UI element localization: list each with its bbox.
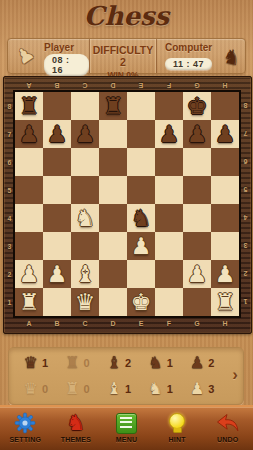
captured-white-b-group: ♝1 xyxy=(98,379,140,399)
rank-label-2: 2 xyxy=(240,260,251,288)
file-labels-top: ABCDEFGH xyxy=(15,79,239,91)
gear-icon xyxy=(14,411,36,435)
bottom-nav-bar: SETTING♞THEMESMENUHINTUNDO xyxy=(0,405,253,450)
black-r-captured-icon: ♜ xyxy=(65,353,79,373)
square-e7[interactable] xyxy=(127,120,155,148)
square-e8[interactable] xyxy=(127,92,155,120)
captured-white-p-group: ♟3 xyxy=(181,379,223,399)
square-b7[interactable]: ♟ xyxy=(43,120,71,148)
captured-black-n-group: ♞1 xyxy=(140,353,182,373)
file-label-f: F xyxy=(155,79,183,91)
captured-white-n-group: ♞1 xyxy=(140,379,182,399)
square-g7[interactable]: ♟ xyxy=(183,120,211,148)
piece-bR-d8[interactable]: ♜ xyxy=(103,92,124,120)
player-panel: ♟ Player 08 : 16 xyxy=(8,39,89,73)
square-d6[interactable] xyxy=(99,148,127,176)
square-h3[interactable] xyxy=(211,232,239,260)
tray-expand-arrow[interactable]: › xyxy=(232,365,238,385)
captured-count: 0 xyxy=(84,357,90,369)
piece-wP-b2[interactable]: ♟ xyxy=(47,260,68,288)
captured-white-row: ♛0♜0♝1♞1♟3 xyxy=(15,376,223,402)
board-grid: ♜♜♚♟♟♟♟♟♟♞♞♟♟♟♝♟♟♜♛♚♜ xyxy=(15,92,239,316)
nav-menu-button[interactable]: MENU xyxy=(101,407,151,450)
square-c6[interactable] xyxy=(71,148,99,176)
file-label-g: G xyxy=(183,318,211,330)
rank-label-8: 8 xyxy=(240,92,251,120)
square-a3[interactable] xyxy=(15,232,43,260)
square-f2[interactable] xyxy=(155,260,183,288)
square-e5[interactable] xyxy=(127,176,155,204)
file-label-h: H xyxy=(211,79,239,91)
square-g6[interactable] xyxy=(183,148,211,176)
rank-label-3: 3 xyxy=(4,232,15,260)
square-g3[interactable] xyxy=(183,232,211,260)
rank-label-4: 4 xyxy=(4,204,15,232)
white-p-captured-icon: ♟ xyxy=(190,379,204,399)
piece-bR-a8[interactable]: ♜ xyxy=(19,92,40,120)
captured-black-r-group: ♜0 xyxy=(57,353,99,373)
square-f1[interactable] xyxy=(155,288,183,316)
captured-count: 2 xyxy=(208,357,214,369)
nav-themes-button[interactable]: ♞THEMES xyxy=(51,407,101,450)
file-label-e: E xyxy=(127,318,155,330)
rank-labels-right: 87654321 xyxy=(240,92,251,316)
piece-bP-h7[interactable]: ♟ xyxy=(215,120,236,148)
captured-pieces-tray: ♛1♜0♝2♞1♟2 ♛0♜0♝1♞1♟3 › xyxy=(8,347,244,405)
white-q-captured-icon: ♛ xyxy=(24,379,38,399)
captured-count: 0 xyxy=(42,383,48,395)
piece-wP-g2[interactable]: ♟ xyxy=(187,260,208,288)
square-g1[interactable] xyxy=(183,288,211,316)
captured-count: 2 xyxy=(125,357,131,369)
square-a2[interactable]: ♟ xyxy=(15,260,43,288)
white-pawn-icon: ♟ xyxy=(11,41,38,69)
rank-label-2: 2 xyxy=(4,260,15,288)
square-f6[interactable] xyxy=(155,148,183,176)
square-c8[interactable] xyxy=(71,92,99,120)
rank-label-5: 5 xyxy=(4,176,15,204)
square-a8[interactable]: ♜ xyxy=(15,92,43,120)
rank-labels-left: 87654321 xyxy=(4,92,15,316)
nav-label: THEMES xyxy=(61,436,91,443)
square-a1[interactable]: ♜ xyxy=(15,288,43,316)
rank-label-3: 3 xyxy=(240,232,251,260)
square-h1[interactable]: ♜ xyxy=(211,288,239,316)
captured-black-row: ♛1♜0♝2♞1♟2 xyxy=(15,350,223,376)
nav-setting-button[interactable]: SETTING xyxy=(0,407,50,450)
captured-black-q-group: ♛1 xyxy=(15,353,57,373)
piece-wP-a2[interactable]: ♟ xyxy=(19,260,40,288)
piece-wN-c4[interactable]: ♞ xyxy=(75,204,96,232)
file-label-c: C xyxy=(71,318,99,330)
chess-board: ABCDEFGH ABCDEFGH 87654321 87654321 ♜♜♚♟… xyxy=(3,76,252,334)
nav-label: HINT xyxy=(169,436,186,443)
square-e1[interactable]: ♚ xyxy=(127,288,155,316)
square-h6[interactable] xyxy=(211,148,239,176)
page-title: Chess xyxy=(0,1,253,31)
rank-label-7: 7 xyxy=(240,120,251,148)
square-d4[interactable] xyxy=(99,204,127,232)
rank-label-8: 8 xyxy=(4,92,15,120)
knight-icon: ♞ xyxy=(66,411,85,435)
captured-black-b-group: ♝2 xyxy=(98,353,140,373)
square-c7[interactable]: ♟ xyxy=(71,120,99,148)
captured-count: 1 xyxy=(167,383,173,395)
square-c1[interactable]: ♛ xyxy=(71,288,99,316)
rank-label-4: 4 xyxy=(240,204,251,232)
file-label-f: F xyxy=(155,318,183,330)
rank-label-6: 6 xyxy=(240,148,251,176)
captured-count: 1 xyxy=(42,357,48,369)
square-g2[interactable]: ♟ xyxy=(183,260,211,288)
piece-bK-g8[interactable]: ♚ xyxy=(187,92,208,120)
piece-wB-c2[interactable]: ♝ xyxy=(75,260,96,288)
file-label-e: E xyxy=(127,79,155,91)
square-d2[interactable] xyxy=(99,260,127,288)
difficulty-panel: DIFFICULTY 2 WIN 0% xyxy=(89,39,157,73)
square-e3[interactable]: ♟ xyxy=(127,232,155,260)
piece-bN-e4[interactable]: ♞ xyxy=(131,204,152,232)
captured-count: 0 xyxy=(84,383,90,395)
square-f4[interactable] xyxy=(155,204,183,232)
piece-bP-g7[interactable]: ♟ xyxy=(187,120,208,148)
file-label-b: B xyxy=(43,79,71,91)
black-b-captured-icon: ♝ xyxy=(107,353,121,373)
square-d1[interactable] xyxy=(99,288,127,316)
player-clock: 08 : 16 xyxy=(44,54,89,76)
square-e6[interactable] xyxy=(127,148,155,176)
square-d5[interactable] xyxy=(99,176,127,204)
file-label-d: D xyxy=(99,79,127,91)
square-e4[interactable]: ♞ xyxy=(127,204,155,232)
white-b-captured-icon: ♝ xyxy=(107,379,121,399)
square-b1[interactable] xyxy=(43,288,71,316)
file-label-a: A xyxy=(15,318,43,330)
square-g5[interactable] xyxy=(183,176,211,204)
square-c2[interactable]: ♝ xyxy=(71,260,99,288)
square-a7[interactable]: ♟ xyxy=(15,120,43,148)
square-e2[interactable] xyxy=(127,260,155,288)
undo-icon xyxy=(216,411,240,435)
square-b2[interactable]: ♟ xyxy=(43,260,71,288)
black-p-captured-icon: ♟ xyxy=(190,353,204,373)
square-c4[interactable]: ♞ xyxy=(71,204,99,232)
file-label-a: A xyxy=(15,79,43,91)
square-b6[interactable] xyxy=(43,148,71,176)
white-r-captured-icon: ♜ xyxy=(65,379,79,399)
square-h8[interactable] xyxy=(211,92,239,120)
square-c3[interactable] xyxy=(71,232,99,260)
file-labels-bottom: ABCDEFGH xyxy=(15,318,239,330)
square-d7[interactable] xyxy=(99,120,127,148)
nav-label: UNDO xyxy=(217,436,238,443)
square-a5[interactable] xyxy=(15,176,43,204)
square-f5[interactable] xyxy=(155,176,183,204)
rank-label-7: 7 xyxy=(4,120,15,148)
square-h7[interactable]: ♟ xyxy=(211,120,239,148)
piece-bP-b7[interactable]: ♟ xyxy=(47,120,68,148)
piece-bP-c7[interactable]: ♟ xyxy=(75,120,96,148)
captured-count: 1 xyxy=(125,383,131,395)
file-label-g: G xyxy=(183,79,211,91)
piece-wP-h2[interactable]: ♟ xyxy=(215,260,236,288)
nav-label: SETTING xyxy=(9,436,41,443)
nav-undo-button[interactable]: UNDO xyxy=(203,407,253,450)
square-h4[interactable] xyxy=(211,204,239,232)
captured-white-q-group: ♛0 xyxy=(15,379,57,399)
black-q-captured-icon: ♛ xyxy=(24,353,38,373)
file-label-h: H xyxy=(211,318,239,330)
rank-label-1: 1 xyxy=(240,288,251,316)
square-h5[interactable] xyxy=(211,176,239,204)
menu-icon xyxy=(116,411,137,435)
file-label-d: D xyxy=(99,318,127,330)
square-a4[interactable] xyxy=(15,204,43,232)
piece-wK-e1[interactable]: ♚ xyxy=(131,288,152,316)
square-f8[interactable] xyxy=(155,92,183,120)
piece-wP-e3[interactable]: ♟ xyxy=(131,232,152,260)
square-b5[interactable] xyxy=(43,176,71,204)
square-d8[interactable]: ♜ xyxy=(99,92,127,120)
square-b8[interactable] xyxy=(43,92,71,120)
square-a6[interactable] xyxy=(15,148,43,176)
captured-black-p-group: ♟2 xyxy=(181,353,223,373)
rank-label-1: 1 xyxy=(4,288,15,316)
nav-hint-button[interactable]: HINT xyxy=(152,407,202,450)
status-bar: ♟ Player 08 : 16 DIFFICULTY 2 WIN 0% ♞ C… xyxy=(7,38,246,74)
square-d3[interactable] xyxy=(99,232,127,260)
piece-bP-f7[interactable]: ♟ xyxy=(159,120,180,148)
captured-count: 3 xyxy=(208,383,214,395)
square-g8[interactable]: ♚ xyxy=(183,92,211,120)
captured-count: 1 xyxy=(167,357,173,369)
square-f7[interactable]: ♟ xyxy=(155,120,183,148)
piece-wR-h1[interactable]: ♜ xyxy=(215,288,236,316)
difficulty-label: DIFFICULTY 2 xyxy=(90,44,156,68)
square-f3[interactable] xyxy=(155,232,183,260)
square-h2[interactable]: ♟ xyxy=(211,260,239,288)
rank-label-6: 6 xyxy=(4,148,15,176)
file-label-b: B xyxy=(43,318,71,330)
square-g4[interactable] xyxy=(183,204,211,232)
file-label-c: C xyxy=(71,79,99,91)
chess-app-screen: Chess ♟ Player 08 : 16 DIFFICULTY 2 WIN … xyxy=(0,0,253,450)
nav-label: MENU xyxy=(116,436,137,443)
piece-bP-a7[interactable]: ♟ xyxy=(19,120,40,148)
piece-wR-a1[interactable]: ♜ xyxy=(19,288,40,316)
captured-white-r-group: ♜0 xyxy=(57,379,99,399)
rank-label-5: 5 xyxy=(240,176,251,204)
bulb-icon xyxy=(169,411,185,435)
square-c5[interactable] xyxy=(71,176,99,204)
player-label: Player xyxy=(44,42,89,53)
white-n-captured-icon: ♞ xyxy=(148,379,162,399)
computer-panel: ♞ Computer 11 : 47 xyxy=(157,39,245,73)
computer-clock: 11 : 47 xyxy=(165,58,212,70)
black-n-captured-icon: ♞ xyxy=(148,353,162,373)
square-b3[interactable] xyxy=(43,232,71,260)
piece-wQ-c1[interactable]: ♛ xyxy=(75,288,96,316)
square-b4[interactable] xyxy=(43,204,71,232)
